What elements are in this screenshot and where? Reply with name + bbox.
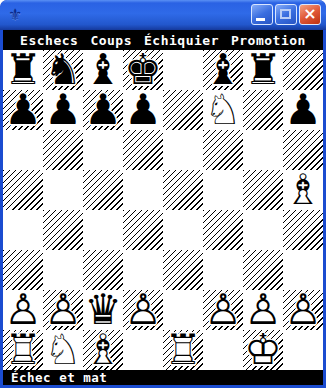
square-d1[interactable]: [123, 330, 163, 370]
piece-white-pawn[interactable]: ♟♙: [123, 290, 163, 330]
piece-black-pawn[interactable]: ♟♟: [83, 90, 123, 130]
square-b3[interactable]: [43, 250, 83, 290]
square-e2[interactable]: [163, 290, 203, 330]
square-g8[interactable]: ♜♜: [243, 50, 283, 90]
square-a6[interactable]: [3, 130, 43, 170]
piece-glyph: ♟: [83, 90, 123, 130]
square-b1[interactable]: ♞♘: [43, 330, 83, 370]
piece-glyph: ♔: [243, 330, 283, 370]
square-b5[interactable]: [43, 170, 83, 210]
fleur-de-lis-icon: ⚜: [8, 6, 22, 24]
piece-white-rook[interactable]: ♜♖: [163, 330, 203, 370]
square-g7[interactable]: [243, 90, 283, 130]
square-c6[interactable]: [83, 130, 123, 170]
piece-glyph: ♙: [203, 290, 243, 330]
piece-glyph: ♙: [43, 290, 83, 330]
piece-black-rook[interactable]: ♜♜: [243, 50, 283, 90]
square-h2[interactable]: ♟♙: [283, 290, 323, 330]
square-f8[interactable]: ♝♝: [203, 50, 243, 90]
square-e7[interactable]: [163, 90, 203, 130]
piece-white-pawn[interactable]: ♟♙: [283, 290, 323, 330]
square-a1[interactable]: ♜♖: [3, 330, 43, 370]
piece-white-knight[interactable]: ♞♘: [43, 330, 83, 370]
piece-glyph: ♜: [3, 50, 43, 90]
square-f2[interactable]: ♟♙: [203, 290, 243, 330]
square-a5[interactable]: [3, 170, 43, 210]
piece-glyph: ♘: [43, 330, 83, 370]
square-a8[interactable]: ♜♜: [3, 50, 43, 90]
piece-white-bishop[interactable]: ♝♗: [83, 330, 123, 370]
piece-glyph: ♖: [3, 330, 43, 370]
close-icon: ×: [303, 6, 316, 22]
square-g5[interactable]: [243, 170, 283, 210]
piece-glyph: ♘: [203, 90, 243, 130]
square-c3[interactable]: [83, 250, 123, 290]
square-f6[interactable]: [203, 130, 243, 170]
piece-glyph: ♙: [123, 290, 163, 330]
square-d3[interactable]: [123, 250, 163, 290]
square-e5[interactable]: [163, 170, 203, 210]
piece-black-rook[interactable]: ♜♜: [3, 50, 43, 90]
square-b7[interactable]: ♟♟: [43, 90, 83, 130]
close-button[interactable]: ×: [299, 4, 321, 25]
app-window: ⚜ × Eschecs Coups Échiquier Promotion ♜♜…: [0, 0, 326, 388]
piece-black-bishop[interactable]: ♝♝: [203, 50, 243, 90]
square-a7[interactable]: ♟♟: [3, 90, 43, 130]
square-c5[interactable]: [83, 170, 123, 210]
piece-white-pawn[interactable]: ♟♙: [3, 290, 43, 330]
square-e8[interactable]: [163, 50, 203, 90]
square-d2[interactable]: ♟♙: [123, 290, 163, 330]
window-content: Eschecs Coups Échiquier Promotion ♜♜♞♞♝♝…: [3, 30, 323, 385]
square-b6[interactable]: [43, 130, 83, 170]
piece-glyph: ♛: [83, 290, 123, 330]
piece-white-rook[interactable]: ♜♖: [3, 330, 43, 370]
piece-white-pawn[interactable]: ♟♙: [243, 290, 283, 330]
piece-glyph: ♟: [123, 90, 163, 130]
square-c8[interactable]: ♝♝: [83, 50, 123, 90]
piece-glyph: ♚: [123, 50, 163, 90]
piece-black-pawn[interactable]: ♟♟: [43, 90, 83, 130]
piece-glyph: ♖: [163, 330, 203, 370]
piece-glyph: ♗: [283, 170, 323, 210]
square-h6[interactable]: [283, 130, 323, 170]
piece-glyph: ♟: [3, 90, 43, 130]
piece-glyph: ♙: [3, 290, 43, 330]
square-b2[interactable]: ♟♙: [43, 290, 83, 330]
piece-glyph: ♙: [243, 290, 283, 330]
square-h3[interactable]: [283, 250, 323, 290]
piece-black-bishop[interactable]: ♝♝: [83, 50, 123, 90]
square-c1[interactable]: ♝♗: [83, 330, 123, 370]
piece-white-bishop[interactable]: ♝♗: [283, 170, 323, 210]
piece-white-pawn[interactable]: ♟♙: [43, 290, 83, 330]
piece-black-pawn[interactable]: ♟♟: [3, 90, 43, 130]
square-e6[interactable]: [163, 130, 203, 170]
square-h5[interactable]: ♝♗: [283, 170, 323, 210]
square-d4[interactable]: [123, 210, 163, 250]
piece-black-king[interactable]: ♚♚: [123, 50, 163, 90]
square-d7[interactable]: ♟♟: [123, 90, 163, 130]
square-a2[interactable]: ♟♙: [3, 290, 43, 330]
piece-glyph: ♞: [43, 50, 83, 90]
square-b4[interactable]: [43, 210, 83, 250]
square-h4[interactable]: [283, 210, 323, 250]
minimize-icon: [256, 18, 265, 21]
piece-white-pawn[interactable]: ♟♙: [203, 290, 243, 330]
piece-white-king[interactable]: ♚♔: [243, 330, 283, 370]
maximize-button[interactable]: [275, 4, 297, 25]
square-e4[interactable]: [163, 210, 203, 250]
square-d8[interactable]: ♚♚: [123, 50, 163, 90]
square-f5[interactable]: [203, 170, 243, 210]
minimize-button[interactable]: [251, 4, 273, 25]
square-f1[interactable]: [203, 330, 243, 370]
piece-black-knight[interactable]: ♞♞: [43, 50, 83, 90]
square-b8[interactable]: ♞♞: [43, 50, 83, 90]
square-a3[interactable]: [3, 250, 43, 290]
square-d5[interactable]: [123, 170, 163, 210]
square-e1[interactable]: ♜♖: [163, 330, 203, 370]
square-f3[interactable]: [203, 250, 243, 290]
square-g1[interactable]: ♚♔: [243, 330, 283, 370]
square-c7[interactable]: ♟♟: [83, 90, 123, 130]
maximize-icon: [280, 9, 291, 19]
piece-glyph: ♙: [283, 290, 323, 330]
square-d6[interactable]: [123, 130, 163, 170]
piece-black-queen[interactable]: ♛♛: [83, 290, 123, 330]
piece-glyph: ♗: [83, 330, 123, 370]
piece-black-pawn[interactable]: ♟♟: [283, 90, 323, 130]
piece-glyph: ♝: [203, 50, 243, 90]
square-g2[interactable]: ♟♙: [243, 290, 283, 330]
piece-glyph: ♟: [283, 90, 323, 130]
chess-board: ♜♜♞♞♝♝♚♚♝♝♜♜♟♟♟♟♟♟♟♟♞♘♟♟♝♗♟♙♟♙♛♛♟♙♟♙♟♙♟♙…: [3, 50, 323, 370]
square-c2[interactable]: ♛♛: [83, 290, 123, 330]
square-f7[interactable]: ♞♘: [203, 90, 243, 130]
window-controls: ×: [251, 4, 321, 25]
square-a4[interactable]: [3, 210, 43, 250]
square-c4[interactable]: [83, 210, 123, 250]
square-h7[interactable]: ♟♟: [283, 90, 323, 130]
square-g6[interactable]: [243, 130, 283, 170]
square-h8[interactable]: [283, 50, 323, 90]
square-g4[interactable]: [243, 210, 283, 250]
titlebar[interactable]: ⚜ ×: [0, 0, 326, 30]
piece-glyph: ♟: [43, 90, 83, 130]
piece-black-pawn[interactable]: ♟♟: [123, 90, 163, 130]
square-e3[interactable]: [163, 250, 203, 290]
square-h1[interactable]: [283, 330, 323, 370]
piece-white-knight[interactable]: ♞♘: [203, 90, 243, 130]
piece-glyph: ♝: [83, 50, 123, 90]
piece-glyph: ♜: [243, 50, 283, 90]
square-g3[interactable]: [243, 250, 283, 290]
square-f4[interactable]: [203, 210, 243, 250]
